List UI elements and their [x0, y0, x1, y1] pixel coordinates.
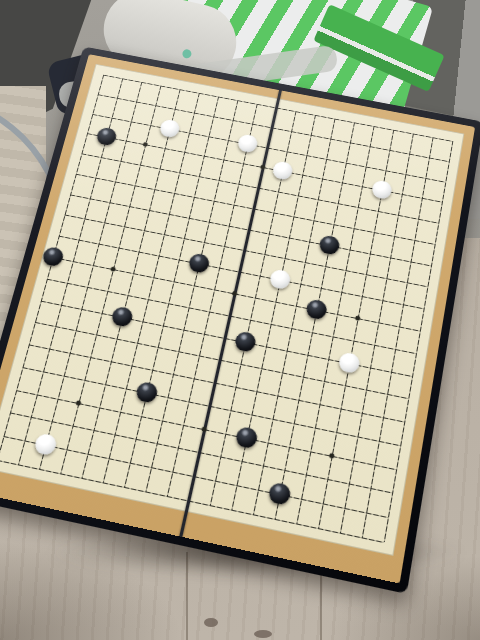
stone-black[interactable] [41, 246, 65, 268]
grid-line-vertical [296, 126, 374, 524]
star-point [329, 452, 335, 458]
star-point [142, 142, 148, 147]
stone-white[interactable] [159, 118, 182, 138]
stone-black[interactable] [305, 298, 328, 320]
fold-seam [179, 90, 282, 537]
stone-black[interactable] [95, 127, 118, 147]
stone-black[interactable] [135, 381, 159, 404]
photo-scene [0, 0, 480, 640]
stone-black[interactable] [235, 425, 259, 449]
stone-white[interactable] [269, 269, 292, 291]
stone-black[interactable] [234, 330, 258, 353]
star-point [110, 266, 116, 271]
grid-line-vertical [82, 89, 181, 478]
stone-black[interactable] [187, 253, 210, 275]
stone-black[interactable] [110, 305, 134, 327]
go-grid [0, 75, 452, 542]
stone-white[interactable] [237, 133, 259, 153]
wood-knot [204, 618, 218, 627]
star-point [75, 400, 81, 406]
star-point [232, 291, 238, 297]
stone-black[interactable] [318, 234, 341, 256]
stone-white[interactable] [33, 433, 58, 457]
stone-white[interactable] [338, 351, 361, 374]
stone-white[interactable] [271, 160, 294, 181]
board-field [0, 64, 464, 556]
grid-line-vertical [275, 122, 355, 519]
wood-knot [254, 630, 272, 638]
star-point [355, 315, 361, 321]
star-point [201, 426, 207, 432]
stone-black[interactable] [267, 482, 292, 507]
teal-dot [182, 48, 193, 59]
star-point [260, 165, 266, 170]
go-board [0, 46, 480, 593]
stone-white[interactable] [371, 180, 393, 201]
board-margin [0, 54, 475, 583]
